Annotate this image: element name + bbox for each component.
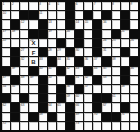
black-cell [93,76,101,84]
grid-cell[interactable]: 25 [112,39,120,47]
black-cell [57,67,65,75]
clue-number: 41 [48,67,51,71]
grid-cell[interactable] [20,30,28,38]
grid-cell[interactable]: 32 [20,57,28,65]
grid-cell[interactable] [2,57,10,65]
clue-number: 24 [103,39,106,43]
clue-number: 16 [103,20,106,24]
black-cell [11,76,19,84]
clue-number: 56 [66,85,69,89]
black-cell [57,85,65,93]
black-cell [112,30,120,38]
grid-cell[interactable]: 49 [29,76,37,84]
cell-letter: B [29,58,37,65]
clue-number: 6 [76,2,78,6]
black-cell [2,67,10,75]
grid-cell[interactable] [29,85,37,93]
grid-cell[interactable]: 39 [11,67,19,75]
grid-cell[interactable] [130,122,138,130]
clue-number: 27 [21,48,24,52]
grid-cell[interactable]: 14 [75,20,83,28]
clue-number: 65 [57,103,60,107]
grid-cell[interactable]: 38 [112,57,120,65]
clue-number: 32 [21,57,24,61]
black-cell [48,113,56,121]
grid-cell[interactable]: 48 [20,76,28,84]
grid-cell[interactable] [121,39,129,47]
grid-cell[interactable] [130,94,138,102]
grid-cell[interactable] [20,67,28,75]
black-cell [121,48,129,56]
clue-number: 43 [76,67,79,71]
clue-number: 51 [76,76,79,80]
grid-cell[interactable]: 22 [2,39,10,47]
grid-cell[interactable]: 23X [29,39,37,47]
grid-cell[interactable]: 68 [39,113,47,121]
grid-cell[interactable]: 47 [2,76,10,84]
clue-number: 59 [66,94,69,98]
clue-number: 4 [48,2,50,6]
clue-number: 38 [112,57,115,61]
grid-cell[interactable] [130,76,138,84]
black-cell [66,122,74,130]
clue-number: 40 [39,67,42,71]
clue-number: 18 [12,30,15,34]
grid-cell[interactable] [20,39,28,47]
grid-cell[interactable]: 44 [93,67,101,75]
clue-number: 36 [85,57,88,61]
grid-cell[interactable]: 10 [2,11,10,19]
black-cell [112,113,120,121]
grid-cell[interactable]: 43 [75,67,83,75]
clue-number: 50 [48,76,51,80]
grid-cell[interactable]: 62 [2,103,10,111]
grid-cell[interactable]: 61 [112,94,120,102]
clue-number: 19 [48,30,51,34]
black-cell [20,11,28,19]
black-cell [20,94,28,102]
black-cell [39,94,47,102]
black-cell [93,94,101,102]
clue-number: 12 [21,20,24,24]
clue-number: 26 [130,39,133,43]
grid-cell[interactable]: 3 [39,2,47,10]
grid-cell[interactable] [130,103,138,111]
grid-cell[interactable]: 46 [130,67,138,75]
clue-number: 45 [103,67,106,71]
grid-cell[interactable]: 7 [93,2,101,10]
clue-number: 9 [130,2,132,6]
clue-number: 15 [85,20,88,24]
grid-cell[interactable] [39,39,47,47]
black-cell [121,67,129,75]
grid-cell[interactable] [48,39,56,47]
grid-cell[interactable] [102,30,110,38]
black-cell [75,39,83,47]
crossword-puzzle: 1234567891011121314151617181920212223X24… [0,0,140,132]
black-cell [130,30,138,38]
grid-cell[interactable] [84,48,92,56]
grid-cell[interactable]: 71 [121,113,129,121]
grid-cell[interactable]: 53 [102,76,110,84]
grid-cell[interactable] [20,85,28,93]
grid-cell[interactable]: 16 [102,20,110,28]
black-cell [121,20,129,28]
grid-cell[interactable] [48,122,56,130]
grid-cell[interactable]: 18 [11,30,19,38]
black-cell [93,103,101,111]
clue-number: 44 [94,67,97,71]
clue-number: 66 [76,103,79,107]
grid-cell[interactable] [102,2,110,10]
grid-cell[interactable] [130,48,138,56]
grid-cell[interactable] [29,122,37,130]
grid-cell[interactable] [121,57,129,65]
clue-number: 48 [21,76,24,80]
clue-number: 72 [3,122,6,126]
black-cell [39,103,47,111]
grid-cell[interactable]: 52 [84,76,92,84]
black-cell [66,11,74,19]
clue-number: 69 [76,113,79,117]
black-cell [93,48,101,56]
clue-number: 22 [3,39,6,43]
black-cell [93,39,101,47]
grid-cell[interactable]: 24 [102,39,110,47]
grid-cell[interactable] [66,39,74,47]
clue-number: 71 [121,113,124,117]
grid-cell[interactable]: 15 [84,20,92,28]
clue-number: 64 [48,103,51,107]
grid-cell[interactable] [48,94,56,102]
grid-cell[interactable] [112,85,120,93]
black-cell [29,113,37,121]
grid-cell[interactable]: 12 [20,20,28,28]
grid-cell[interactable] [11,122,19,130]
grid-cell[interactable]: 66 [75,103,83,111]
clue-number: 8 [112,2,114,6]
grid-cell[interactable] [93,122,101,130]
grid-cell[interactable] [93,85,101,93]
grid-cell[interactable]: 33 [39,57,47,65]
grid-cell[interactable] [130,85,138,93]
clue-number: 28 [48,48,51,52]
black-cell [66,113,74,121]
grid-cell[interactable]: 34 [57,57,65,65]
clue-number: 20 [66,30,69,34]
clue-number: 68 [39,113,42,117]
grid-cell[interactable]: 42 [66,67,74,75]
clue-number: 60 [76,94,79,98]
crossword-grid: 1234567891011121314151617181920212223X24… [0,0,140,132]
black-cell [29,30,37,38]
grid-cell[interactable]: 73 [75,122,83,130]
black-cell [57,94,65,102]
black-cell [11,57,19,65]
grid-cell[interactable] [2,113,10,121]
black-cell [2,94,10,102]
black-cell [39,85,47,93]
grid-cell[interactable]: 57 [84,85,92,93]
grid-cell[interactable]: 36 [84,57,92,65]
black-cell [11,48,19,56]
grid-cell[interactable]: 17 [2,30,10,38]
grid-cell[interactable]: 8 [112,2,120,10]
black-cell [75,57,83,65]
grid-cell[interactable] [29,103,37,111]
grid-cell[interactable] [57,20,65,28]
clue-number: 13 [48,20,51,24]
grid-cell[interactable] [84,113,92,121]
clue-number: 31 [103,48,106,52]
black-cell [75,85,83,93]
grid-cell[interactable]: 56 [66,85,74,93]
grid-cell[interactable]: 9 [130,2,138,10]
clue-number: 2 [12,2,14,6]
grid-cell[interactable] [84,94,92,102]
grid-cell[interactable]: 54 [2,85,10,93]
grid-cell[interactable] [57,30,65,38]
black-cell [66,103,74,111]
clue-number: 46 [130,67,133,71]
grid-cell[interactable] [112,11,120,19]
grid-cell[interactable] [11,39,19,47]
clue-number: 17 [3,30,6,34]
black-cell [84,11,92,19]
grid-cell[interactable]: 4 [48,2,56,10]
grid-cell[interactable] [112,103,120,111]
grid-cell[interactable]: B [29,57,37,65]
grid-cell[interactable] [11,94,19,102]
cell-letter: X [29,40,37,47]
grid-cell[interactable]: 1 [2,2,10,10]
grid-cell[interactable]: 51 [75,76,83,84]
black-cell [66,76,74,84]
black-cell [48,57,56,65]
grid-cell[interactable] [57,11,65,19]
grid-cell[interactable] [130,11,138,19]
grid-cell[interactable]: 28 [48,48,56,56]
grid-cell[interactable] [102,85,110,93]
black-cell [11,113,19,121]
clue-number: 63 [21,103,24,107]
grid-cell[interactable]: 13 [48,20,56,28]
black-cell [29,11,37,19]
clue-number: 35 [66,57,69,61]
grid-cell[interactable] [29,94,37,102]
grid-cell[interactable] [130,113,138,121]
black-cell [75,30,83,38]
grid-cell[interactable]: 37 [93,57,101,65]
grid-cell[interactable] [57,76,65,84]
black-cell [66,2,74,10]
clue-number: 39 [12,67,15,71]
grid-cell[interactable]: 69 [75,113,83,121]
grid-cell[interactable]: 29 [57,48,65,56]
grid-cell[interactable] [121,122,129,130]
grid-cell[interactable] [57,113,65,121]
grid-cell[interactable]: 26 [130,39,138,47]
black-cell [121,11,129,19]
grid-cell[interactable]: 60 [75,94,83,102]
black-cell [102,113,110,121]
clue-number: 55 [12,85,15,89]
grid-cell[interactable] [112,76,120,84]
clue-number: 52 [85,76,88,80]
clue-number: 57 [85,85,88,89]
grid-cell[interactable] [84,2,92,10]
grid-cell[interactable] [93,11,101,19]
black-cell [121,103,129,111]
grid-cell[interactable]: 41 [48,67,56,75]
grid-cell[interactable]: 5 [57,2,65,10]
clue-number: 3 [39,2,41,6]
grid-cell[interactable]: 20 [66,30,74,38]
grid-cell[interactable] [57,122,65,130]
clue-number: 53 [103,76,106,80]
black-cell [66,20,74,28]
grid-cell[interactable] [84,39,92,47]
grid-cell[interactable] [112,48,120,56]
clue-number: 14 [76,20,79,24]
grid-cell[interactable] [84,103,92,111]
grid-cell[interactable] [2,48,10,56]
grid-cell[interactable]: F [29,48,37,56]
grid-cell[interactable]: 40 [39,67,47,75]
black-cell [66,48,74,56]
grid-cell[interactable] [11,11,19,19]
clue-number: 25 [112,39,115,43]
clue-number: 1 [3,2,5,6]
grid-cell[interactable]: 11 [39,11,47,19]
clue-number: 5 [57,2,59,6]
grid-cell[interactable]: 55 [11,85,19,93]
grid-cell[interactable] [39,122,47,130]
black-cell [11,103,19,111]
grid-cell[interactable] [29,2,37,10]
black-cell [57,39,65,47]
grid-cell[interactable] [112,20,120,28]
grid-cell[interactable]: 31 [102,48,110,56]
grid-cell[interactable] [121,2,129,10]
grid-cell[interactable] [75,11,83,19]
grid-cell[interactable]: 65 [57,103,65,111]
grid-cell[interactable] [112,122,120,130]
grid-cell[interactable]: 70 [93,113,101,121]
black-cell [102,57,110,65]
black-cell [39,76,47,84]
grid-cell[interactable]: 58 [121,85,129,93]
clue-number: 11 [39,11,42,15]
grid-cell[interactable]: 50 [48,76,56,84]
clue-number: 10 [3,11,6,15]
grid-cell[interactable] [48,11,56,19]
grid-cell[interactable] [20,113,28,121]
black-cell [93,30,101,38]
grid-cell[interactable]: 64 [48,103,56,111]
clue-number: 54 [3,85,6,89]
grid-cell[interactable] [130,20,138,28]
grid-cell[interactable]: 30 [75,48,83,56]
grid-cell[interactable]: 45 [102,67,110,75]
grid-cell[interactable] [20,122,28,130]
grid-cell[interactable] [2,20,10,28]
clue-number: 67 [103,103,106,107]
grid-cell[interactable]: 19 [48,30,56,38]
clue-number: 42 [66,67,69,71]
clue-number: 47 [3,76,6,80]
black-cell [102,11,110,19]
clue-number: 30 [76,48,79,52]
grid-cell[interactable] [121,94,129,102]
black-cell [39,20,47,28]
clue-number: 58 [121,85,124,89]
black-cell [39,48,47,56]
grid-cell[interactable] [84,30,92,38]
grid-cell[interactable]: 2 [11,2,19,10]
clue-number: 21 [121,30,124,34]
grid-cell[interactable]: 21 [121,30,129,38]
black-cell [121,76,129,84]
cell-letter: F [29,49,37,56]
clue-number: 37 [94,57,97,61]
clue-number: 29 [57,48,60,52]
grid-cell[interactable]: 63 [20,103,28,111]
grid-cell[interactable]: 35 [66,57,74,65]
grid-cell[interactable] [102,122,110,130]
grid-cell[interactable]: 72 [2,122,10,130]
grid-cell[interactable]: 27 [20,48,28,56]
clue-number: 73 [76,122,79,126]
black-cell [11,20,19,28]
black-cell [84,67,92,75]
grid-cell[interactable]: 67 [102,103,110,111]
grid-cell[interactable]: 6 [75,2,83,10]
clue-number: 70 [94,113,97,117]
clue-number: 34 [57,57,60,61]
clue-number: 61 [112,94,115,98]
black-cell [93,20,101,28]
grid-cell[interactable] [20,2,28,10]
clue-number: 7 [94,2,96,6]
grid-cell[interactable]: 59 [66,94,74,102]
black-cell [29,67,37,75]
grid-cell[interactable] [48,85,56,93]
grid-cell[interactable] [84,122,92,130]
clue-number: 33 [39,57,42,61]
clue-number: 62 [3,103,6,107]
grid-cell[interactable] [29,20,37,28]
grid-cell[interactable] [112,67,120,75]
black-cell [102,94,110,102]
clue-number: 49 [30,76,33,80]
black-cell [39,30,47,38]
black-cell [130,57,138,65]
